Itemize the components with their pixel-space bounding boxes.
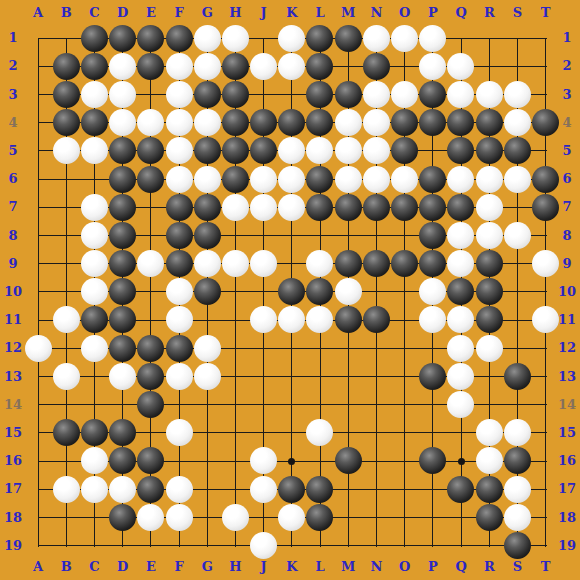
intersection-C17[interactable] — [80, 475, 108, 503]
intersection-E8[interactable] — [137, 221, 165, 249]
intersection-J11[interactable] — [250, 306, 278, 334]
intersection-E3[interactable] — [137, 80, 165, 108]
intersection-B13[interactable] — [52, 362, 80, 390]
intersection-A8[interactable] — [24, 221, 52, 249]
intersection-A2[interactable] — [24, 52, 52, 80]
intersection-B12[interactable] — [52, 334, 80, 362]
intersection-J18[interactable] — [250, 503, 278, 531]
intersection-E7[interactable] — [137, 193, 165, 221]
intersection-G5[interactable] — [193, 137, 221, 165]
intersection-G6[interactable] — [193, 165, 221, 193]
intersection-R18[interactable] — [475, 503, 503, 531]
intersection-O4[interactable] — [390, 109, 418, 137]
intersection-M8[interactable] — [334, 221, 362, 249]
intersection-O2[interactable] — [390, 52, 418, 80]
intersection-G11[interactable] — [193, 306, 221, 334]
intersection-K8[interactable] — [278, 221, 306, 249]
intersection-N3[interactable] — [362, 80, 390, 108]
intersection-N19[interactable] — [362, 531, 390, 559]
intersection-M19[interactable] — [334, 531, 362, 559]
intersection-C13[interactable] — [80, 362, 108, 390]
intersection-N1[interactable] — [362, 24, 390, 52]
intersection-J1[interactable] — [250, 24, 278, 52]
intersection-Q6[interactable] — [447, 165, 475, 193]
intersection-A15[interactable] — [24, 419, 52, 447]
intersection-E4[interactable] — [137, 109, 165, 137]
intersection-B1[interactable] — [52, 24, 80, 52]
intersection-J10[interactable] — [250, 278, 278, 306]
intersection-C16[interactable] — [80, 447, 108, 475]
intersection-D16[interactable] — [109, 447, 137, 475]
intersection-H12[interactable] — [221, 334, 249, 362]
intersection-G14[interactable] — [193, 390, 221, 418]
intersection-D12[interactable] — [109, 334, 137, 362]
intersection-Q9[interactable] — [447, 250, 475, 278]
intersection-P7[interactable] — [419, 193, 447, 221]
intersection-L15[interactable] — [306, 419, 334, 447]
intersection-F9[interactable] — [165, 250, 193, 278]
intersection-R1[interactable] — [475, 24, 503, 52]
intersection-H7[interactable] — [221, 193, 249, 221]
intersection-F4[interactable] — [165, 109, 193, 137]
intersection-A7[interactable] — [24, 193, 52, 221]
intersection-O7[interactable] — [390, 193, 418, 221]
intersection-R10[interactable] — [475, 278, 503, 306]
intersection-S15[interactable] — [503, 419, 531, 447]
intersection-J6[interactable] — [250, 165, 278, 193]
intersection-G8[interactable] — [193, 221, 221, 249]
intersection-D14[interactable] — [109, 390, 137, 418]
intersection-G16[interactable] — [193, 447, 221, 475]
intersection-R2[interactable] — [475, 52, 503, 80]
intersection-B16[interactable] — [52, 447, 80, 475]
intersection-B7[interactable] — [52, 193, 80, 221]
intersection-M4[interactable] — [334, 109, 362, 137]
intersection-R12[interactable] — [475, 334, 503, 362]
intersection-M15[interactable] — [334, 419, 362, 447]
intersection-G17[interactable] — [193, 475, 221, 503]
intersection-F2[interactable] — [165, 52, 193, 80]
intersection-J14[interactable] — [250, 390, 278, 418]
intersection-S13[interactable] — [503, 362, 531, 390]
intersection-M18[interactable] — [334, 503, 362, 531]
intersection-R17[interactable] — [475, 475, 503, 503]
intersection-L1[interactable] — [306, 24, 334, 52]
intersection-R15[interactable] — [475, 419, 503, 447]
intersection-E14[interactable] — [137, 390, 165, 418]
intersection-B4[interactable] — [52, 109, 80, 137]
intersection-L11[interactable] — [306, 306, 334, 334]
intersection-E11[interactable] — [137, 306, 165, 334]
intersection-L7[interactable] — [306, 193, 334, 221]
intersection-D9[interactable] — [109, 250, 137, 278]
intersection-J5[interactable] — [250, 137, 278, 165]
intersection-N11[interactable] — [362, 306, 390, 334]
intersection-A18[interactable] — [24, 503, 52, 531]
intersection-P3[interactable] — [419, 80, 447, 108]
intersection-N15[interactable] — [362, 419, 390, 447]
intersection-F16[interactable] — [165, 447, 193, 475]
intersection-C15[interactable] — [80, 419, 108, 447]
intersection-K18[interactable] — [278, 503, 306, 531]
intersection-L4[interactable] — [306, 109, 334, 137]
intersection-S11[interactable] — [503, 306, 531, 334]
intersection-D17[interactable] — [109, 475, 137, 503]
intersection-N18[interactable] — [362, 503, 390, 531]
intersection-J9[interactable] — [250, 250, 278, 278]
intersection-N12[interactable] — [362, 334, 390, 362]
intersection-M17[interactable] — [334, 475, 362, 503]
intersection-Q7[interactable] — [447, 193, 475, 221]
intersection-H19[interactable] — [221, 531, 249, 559]
intersection-Q3[interactable] — [447, 80, 475, 108]
intersection-M16[interactable] — [334, 447, 362, 475]
intersection-S16[interactable] — [503, 447, 531, 475]
intersection-C8[interactable] — [80, 221, 108, 249]
intersection-D18[interactable] — [109, 503, 137, 531]
intersection-H18[interactable] — [221, 503, 249, 531]
intersection-O12[interactable] — [390, 334, 418, 362]
intersection-F3[interactable] — [165, 80, 193, 108]
intersection-M9[interactable] — [334, 250, 362, 278]
intersection-M5[interactable] — [334, 137, 362, 165]
intersection-K2[interactable] — [278, 52, 306, 80]
intersection-A6[interactable] — [24, 165, 52, 193]
intersection-D3[interactable] — [109, 80, 137, 108]
intersection-G12[interactable] — [193, 334, 221, 362]
intersection-N13[interactable] — [362, 362, 390, 390]
intersection-H8[interactable] — [221, 221, 249, 249]
intersection-P10[interactable] — [419, 278, 447, 306]
intersection-S19[interactable] — [503, 531, 531, 559]
intersection-D1[interactable] — [109, 24, 137, 52]
intersection-P1[interactable] — [419, 24, 447, 52]
intersection-K3[interactable] — [278, 80, 306, 108]
intersection-N10[interactable] — [362, 278, 390, 306]
intersection-E16[interactable] — [137, 447, 165, 475]
intersection-C14[interactable] — [80, 390, 108, 418]
intersection-Q16[interactable] — [447, 447, 475, 475]
intersection-G18[interactable] — [193, 503, 221, 531]
intersection-S4[interactable] — [503, 109, 531, 137]
intersection-G1[interactable] — [193, 24, 221, 52]
intersection-H3[interactable] — [221, 80, 249, 108]
intersection-B5[interactable] — [52, 137, 80, 165]
intersection-S5[interactable] — [503, 137, 531, 165]
intersection-E15[interactable] — [137, 419, 165, 447]
intersection-M14[interactable] — [334, 390, 362, 418]
intersection-A13[interactable] — [24, 362, 52, 390]
intersection-N7[interactable] — [362, 193, 390, 221]
intersection-O6[interactable] — [390, 165, 418, 193]
intersection-B18[interactable] — [52, 503, 80, 531]
intersection-C19[interactable] — [80, 531, 108, 559]
intersection-C11[interactable] — [80, 306, 108, 334]
intersection-L12[interactable] — [306, 334, 334, 362]
intersection-S2[interactable] — [503, 52, 531, 80]
intersection-D11[interactable] — [109, 306, 137, 334]
intersection-Q10[interactable] — [447, 278, 475, 306]
intersection-L16[interactable] — [306, 447, 334, 475]
intersection-K19[interactable] — [278, 531, 306, 559]
intersection-H6[interactable] — [221, 165, 249, 193]
intersection-H1[interactable] — [221, 24, 249, 52]
intersection-A14[interactable] — [24, 390, 52, 418]
intersection-L6[interactable] — [306, 165, 334, 193]
intersection-D8[interactable] — [109, 221, 137, 249]
intersection-K16[interactable] — [278, 447, 306, 475]
intersection-A9[interactable] — [24, 250, 52, 278]
intersection-O19[interactable] — [390, 531, 418, 559]
intersection-N9[interactable] — [362, 250, 390, 278]
intersection-E18[interactable] — [137, 503, 165, 531]
intersection-Q2[interactable] — [447, 52, 475, 80]
intersection-A17[interactable] — [24, 475, 52, 503]
intersection-D4[interactable] — [109, 109, 137, 137]
intersection-J3[interactable] — [250, 80, 278, 108]
intersection-O15[interactable] — [390, 419, 418, 447]
intersection-A5[interactable] — [24, 137, 52, 165]
intersection-N6[interactable] — [362, 165, 390, 193]
intersection-E9[interactable] — [137, 250, 165, 278]
intersection-G4[interactable] — [193, 109, 221, 137]
intersection-D2[interactable] — [109, 52, 137, 80]
intersection-D10[interactable] — [109, 278, 137, 306]
intersection-L3[interactable] — [306, 80, 334, 108]
intersection-R3[interactable] — [475, 80, 503, 108]
intersection-H9[interactable] — [221, 250, 249, 278]
intersection-J19[interactable] — [250, 531, 278, 559]
intersection-K6[interactable] — [278, 165, 306, 193]
intersection-A10[interactable] — [24, 278, 52, 306]
intersection-Q17[interactable] — [447, 475, 475, 503]
intersection-B3[interactable] — [52, 80, 80, 108]
intersection-O13[interactable] — [390, 362, 418, 390]
intersection-C2[interactable] — [80, 52, 108, 80]
intersection-C10[interactable] — [80, 278, 108, 306]
intersection-H16[interactable] — [221, 447, 249, 475]
intersection-G19[interactable] — [193, 531, 221, 559]
intersection-E6[interactable] — [137, 165, 165, 193]
intersection-B2[interactable] — [52, 52, 80, 80]
intersection-D13[interactable] — [109, 362, 137, 390]
intersection-F14[interactable] — [165, 390, 193, 418]
intersection-L13[interactable] — [306, 362, 334, 390]
intersection-O18[interactable] — [390, 503, 418, 531]
intersection-P19[interactable] — [419, 531, 447, 559]
intersection-B15[interactable] — [52, 419, 80, 447]
intersection-Q14[interactable] — [447, 390, 475, 418]
intersection-F19[interactable] — [165, 531, 193, 559]
intersection-M3[interactable] — [334, 80, 362, 108]
intersection-P12[interactable] — [419, 334, 447, 362]
intersection-H2[interactable] — [221, 52, 249, 80]
intersection-F11[interactable] — [165, 306, 193, 334]
intersection-D19[interactable] — [109, 531, 137, 559]
intersection-E19[interactable] — [137, 531, 165, 559]
intersection-J13[interactable] — [250, 362, 278, 390]
intersection-P18[interactable] — [419, 503, 447, 531]
intersection-G7[interactable] — [193, 193, 221, 221]
intersection-O3[interactable] — [390, 80, 418, 108]
intersection-O14[interactable] — [390, 390, 418, 418]
intersection-L18[interactable] — [306, 503, 334, 531]
intersection-P5[interactable] — [419, 137, 447, 165]
intersection-F8[interactable] — [165, 221, 193, 249]
intersection-E17[interactable] — [137, 475, 165, 503]
intersection-L9[interactable] — [306, 250, 334, 278]
intersection-H17[interactable] — [221, 475, 249, 503]
intersection-A16[interactable] — [24, 447, 52, 475]
intersection-N14[interactable] — [362, 390, 390, 418]
intersection-S17[interactable] — [503, 475, 531, 503]
intersection-K7[interactable] — [278, 193, 306, 221]
intersection-N8[interactable] — [362, 221, 390, 249]
intersection-R19[interactable] — [475, 531, 503, 559]
intersection-A11[interactable] — [24, 306, 52, 334]
intersection-B19[interactable] — [52, 531, 80, 559]
intersection-S9[interactable] — [503, 250, 531, 278]
intersection-R6[interactable] — [475, 165, 503, 193]
intersection-J4[interactable] — [250, 109, 278, 137]
intersection-A1[interactable] — [24, 24, 52, 52]
intersection-D15[interactable] — [109, 419, 137, 447]
intersection-K12[interactable] — [278, 334, 306, 362]
intersection-P13[interactable] — [419, 362, 447, 390]
intersection-H5[interactable] — [221, 137, 249, 165]
intersection-O5[interactable] — [390, 137, 418, 165]
intersection-Q11[interactable] — [447, 306, 475, 334]
intersection-Q12[interactable] — [447, 334, 475, 362]
intersection-P9[interactable] — [419, 250, 447, 278]
intersection-G3[interactable] — [193, 80, 221, 108]
intersection-S7[interactable] — [503, 193, 531, 221]
intersection-K5[interactable] — [278, 137, 306, 165]
intersection-K1[interactable] — [278, 24, 306, 52]
intersection-M1[interactable] — [334, 24, 362, 52]
intersection-B11[interactable] — [52, 306, 80, 334]
intersection-K11[interactable] — [278, 306, 306, 334]
intersection-S12[interactable] — [503, 334, 531, 362]
intersection-G13[interactable] — [193, 362, 221, 390]
intersection-P17[interactable] — [419, 475, 447, 503]
intersection-P6[interactable] — [419, 165, 447, 193]
intersection-C3[interactable] — [80, 80, 108, 108]
intersection-F5[interactable] — [165, 137, 193, 165]
intersection-A12[interactable] — [24, 334, 52, 362]
intersection-H13[interactable] — [221, 362, 249, 390]
intersection-O8[interactable] — [390, 221, 418, 249]
intersection-K17[interactable] — [278, 475, 306, 503]
intersection-C12[interactable] — [80, 334, 108, 362]
intersection-H15[interactable] — [221, 419, 249, 447]
intersection-P14[interactable] — [419, 390, 447, 418]
intersection-S3[interactable] — [503, 80, 531, 108]
intersection-C6[interactable] — [80, 165, 108, 193]
intersection-F12[interactable] — [165, 334, 193, 362]
intersection-B9[interactable] — [52, 250, 80, 278]
intersection-J7[interactable] — [250, 193, 278, 221]
intersection-R11[interactable] — [475, 306, 503, 334]
intersection-D7[interactable] — [109, 193, 137, 221]
intersection-A3[interactable] — [24, 80, 52, 108]
intersection-C7[interactable] — [80, 193, 108, 221]
intersection-P15[interactable] — [419, 419, 447, 447]
intersection-D5[interactable] — [109, 137, 137, 165]
intersection-R16[interactable] — [475, 447, 503, 475]
intersection-S10[interactable] — [503, 278, 531, 306]
intersection-C9[interactable] — [80, 250, 108, 278]
intersection-M13[interactable] — [334, 362, 362, 390]
intersection-C18[interactable] — [80, 503, 108, 531]
intersection-P16[interactable] — [419, 447, 447, 475]
intersection-Q19[interactable] — [447, 531, 475, 559]
intersection-E10[interactable] — [137, 278, 165, 306]
intersection-K10[interactable] — [278, 278, 306, 306]
intersection-B10[interactable] — [52, 278, 80, 306]
intersection-H14[interactable] — [221, 390, 249, 418]
intersection-A19[interactable] — [24, 531, 52, 559]
intersection-N5[interactable] — [362, 137, 390, 165]
intersection-L2[interactable] — [306, 52, 334, 80]
intersection-B8[interactable] — [52, 221, 80, 249]
intersection-J8[interactable] — [250, 221, 278, 249]
intersection-G9[interactable] — [193, 250, 221, 278]
intersection-S14[interactable] — [503, 390, 531, 418]
intersection-D6[interactable] — [109, 165, 137, 193]
intersection-F7[interactable] — [165, 193, 193, 221]
intersection-E13[interactable] — [137, 362, 165, 390]
intersection-S6[interactable] — [503, 165, 531, 193]
intersection-R5[interactable] — [475, 137, 503, 165]
intersection-J12[interactable] — [250, 334, 278, 362]
intersection-Q18[interactable] — [447, 503, 475, 531]
intersection-J15[interactable] — [250, 419, 278, 447]
intersection-P8[interactable] — [419, 221, 447, 249]
intersection-M2[interactable] — [334, 52, 362, 80]
intersection-Q15[interactable] — [447, 419, 475, 447]
intersection-H4[interactable] — [221, 109, 249, 137]
intersection-Q1[interactable] — [447, 24, 475, 52]
intersection-B17[interactable] — [52, 475, 80, 503]
intersection-O11[interactable] — [390, 306, 418, 334]
intersection-M7[interactable] — [334, 193, 362, 221]
intersection-N16[interactable] — [362, 447, 390, 475]
intersection-E5[interactable] — [137, 137, 165, 165]
intersection-N17[interactable] — [362, 475, 390, 503]
intersection-J2[interactable] — [250, 52, 278, 80]
intersection-K15[interactable] — [278, 419, 306, 447]
intersection-F10[interactable] — [165, 278, 193, 306]
intersection-C4[interactable] — [80, 109, 108, 137]
intersection-S18[interactable] — [503, 503, 531, 531]
intersection-L19[interactable] — [306, 531, 334, 559]
intersection-P2[interactable] — [419, 52, 447, 80]
intersection-L8[interactable] — [306, 221, 334, 249]
intersection-F13[interactable] — [165, 362, 193, 390]
intersection-R4[interactable] — [475, 109, 503, 137]
intersection-B6[interactable] — [52, 165, 80, 193]
intersection-R8[interactable] — [475, 221, 503, 249]
intersection-L14[interactable] — [306, 390, 334, 418]
intersection-R14[interactable] — [475, 390, 503, 418]
intersection-G2[interactable] — [193, 52, 221, 80]
intersection-P4[interactable] — [419, 109, 447, 137]
intersection-G10[interactable] — [193, 278, 221, 306]
intersection-N4[interactable] — [362, 109, 390, 137]
intersection-P11[interactable] — [419, 306, 447, 334]
intersection-L17[interactable] — [306, 475, 334, 503]
